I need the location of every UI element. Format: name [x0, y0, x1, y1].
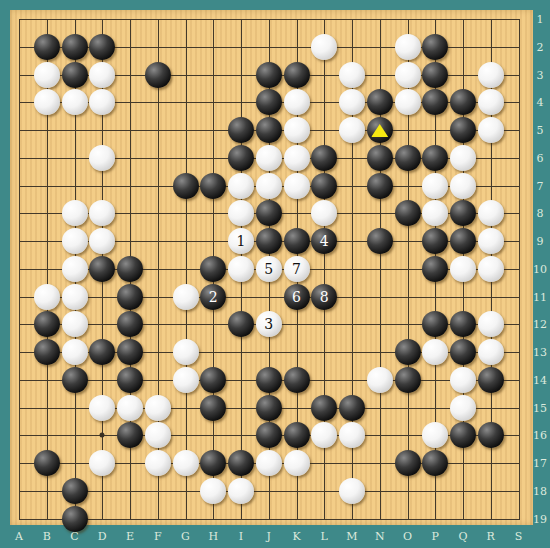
- black-stone-I5: [228, 117, 254, 143]
- white-stone-O3: [395, 62, 421, 88]
- black-stone-F3: [145, 62, 171, 88]
- black-stone-C2: [62, 34, 88, 60]
- black-stone-K3: [284, 62, 310, 88]
- row-label-2: 2: [537, 40, 544, 53]
- grid-line-horizontal: [19, 297, 520, 298]
- white-stone-M18: [339, 478, 365, 504]
- black-stone-B2: [34, 34, 60, 60]
- white-stone-I7: [228, 173, 254, 199]
- white-stone-J7: [256, 173, 282, 199]
- white-stone-D15: [89, 395, 115, 421]
- black-stone-R16: [478, 422, 504, 448]
- black-stone-J15: [256, 395, 282, 421]
- white-stone-P16: [422, 422, 448, 448]
- white-stone-Q14: [450, 367, 476, 393]
- white-stone-M3: [339, 62, 365, 88]
- move-number-1: 1: [237, 234, 246, 248]
- column-label-G: G: [181, 530, 190, 543]
- white-stone-J12: 3: [256, 311, 282, 337]
- column-label-E: E: [126, 530, 134, 543]
- black-stone-P12: [422, 311, 448, 337]
- black-stone-O14: [395, 367, 421, 393]
- white-stone-D8: [89, 200, 115, 226]
- row-label-11: 11: [533, 290, 547, 303]
- black-stone-H15: [200, 395, 226, 421]
- black-stone-O8: [395, 200, 421, 226]
- row-label-16: 16: [533, 429, 547, 442]
- black-stone-K11: 6: [284, 284, 310, 310]
- black-stone-P10: [422, 256, 448, 282]
- row-label-13: 13: [533, 346, 547, 359]
- white-stone-F16: [145, 422, 171, 448]
- black-stone-K14: [284, 367, 310, 393]
- white-stone-P13: [422, 339, 448, 365]
- black-stone-H11: 2: [200, 284, 226, 310]
- column-label-L: L: [321, 530, 328, 543]
- black-stone-E10: [117, 256, 143, 282]
- white-stone-B4: [34, 89, 60, 115]
- white-stone-R9: [478, 228, 504, 254]
- black-stone-B12: [34, 311, 60, 337]
- column-label-F: F: [154, 530, 162, 543]
- move-number-8: 8: [320, 290, 329, 304]
- black-stone-K16: [284, 422, 310, 448]
- black-stone-E11: [117, 284, 143, 310]
- grid-line-vertical: [519, 19, 520, 519]
- move-number-4: 4: [320, 234, 329, 248]
- white-stone-O4: [395, 89, 421, 115]
- black-stone-N7: [367, 173, 393, 199]
- black-stone-J4: [256, 89, 282, 115]
- white-stone-M4: [339, 89, 365, 115]
- black-stone-N6: [367, 145, 393, 171]
- goban-board-surface[interactable]: 14572683: [10, 10, 533, 525]
- black-stone-K9: [284, 228, 310, 254]
- white-stone-D6: [89, 145, 115, 171]
- row-label-18: 18: [533, 484, 547, 497]
- black-stone-J5: [256, 117, 282, 143]
- black-stone-C3: [62, 62, 88, 88]
- black-stone-O13: [395, 339, 421, 365]
- black-stone-Q5: [450, 117, 476, 143]
- black-stone-C19: [62, 506, 88, 532]
- white-stone-I8: [228, 200, 254, 226]
- black-stone-L9: 4: [311, 228, 337, 254]
- white-stone-O2: [395, 34, 421, 60]
- black-stone-C18: [62, 478, 88, 504]
- white-stone-H18: [200, 478, 226, 504]
- black-stone-R14: [478, 367, 504, 393]
- black-stone-E12: [117, 311, 143, 337]
- black-stone-L6: [311, 145, 337, 171]
- white-stone-J6: [256, 145, 282, 171]
- white-stone-R8: [478, 200, 504, 226]
- white-stone-R4: [478, 89, 504, 115]
- column-label-D: D: [98, 530, 107, 543]
- white-stone-D3: [89, 62, 115, 88]
- black-stone-Q12: [450, 311, 476, 337]
- row-label-12: 12: [533, 318, 547, 331]
- white-stone-D9: [89, 228, 115, 254]
- black-stone-J3: [256, 62, 282, 88]
- black-stone-E16: [117, 422, 143, 448]
- move-number-2: 2: [209, 290, 218, 304]
- white-stone-K10: 7: [284, 256, 310, 282]
- column-label-K: K: [292, 530, 300, 543]
- row-label-8: 8: [537, 207, 544, 220]
- white-stone-M5: [339, 117, 365, 143]
- white-stone-R13: [478, 339, 504, 365]
- black-stone-M15: [339, 395, 365, 421]
- row-label-4: 4: [537, 96, 544, 109]
- column-label-N: N: [375, 530, 385, 543]
- black-stone-H7: [200, 173, 226, 199]
- black-stone-I17: [228, 450, 254, 476]
- black-stone-L7: [311, 173, 337, 199]
- white-stone-F15: [145, 395, 171, 421]
- black-stone-D2: [89, 34, 115, 60]
- move-number-5: 5: [264, 262, 273, 276]
- row-label-14: 14: [533, 373, 547, 386]
- white-stone-L16: [311, 422, 337, 448]
- white-stone-K4: [284, 89, 310, 115]
- white-stone-K17: [284, 450, 310, 476]
- white-stone-I9: 1: [228, 228, 254, 254]
- black-stone-P3: [422, 62, 448, 88]
- white-stone-C10: [62, 256, 88, 282]
- white-stone-P8: [422, 200, 448, 226]
- column-label-O: O: [403, 530, 412, 543]
- black-stone-Q16: [450, 422, 476, 448]
- black-stone-J14: [256, 367, 282, 393]
- black-stone-L15: [311, 395, 337, 421]
- black-stone-I6: [228, 145, 254, 171]
- black-stone-P4: [422, 89, 448, 115]
- black-stone-Q8: [450, 200, 476, 226]
- white-stone-Q6: [450, 145, 476, 171]
- white-stone-K7: [284, 173, 310, 199]
- move-number-3: 3: [264, 317, 273, 331]
- white-stone-C4: [62, 89, 88, 115]
- teal-frame: 14572683 ABCDEFGHIJKLMNOPQRS 12345678910…: [0, 0, 550, 548]
- black-stone-H17: [200, 450, 226, 476]
- row-label-1: 1: [537, 13, 544, 26]
- white-stone-G17: [173, 450, 199, 476]
- column-label-R: R: [487, 530, 495, 543]
- grid-line-horizontal: [19, 519, 520, 520]
- move-number-7: 7: [292, 262, 301, 276]
- black-stone-J16: [256, 422, 282, 448]
- black-stone-J8: [256, 200, 282, 226]
- black-stone-P9: [422, 228, 448, 254]
- black-stone-O17: [395, 450, 421, 476]
- row-label-7: 7: [537, 179, 544, 192]
- white-stone-D17: [89, 450, 115, 476]
- white-stone-C9: [62, 228, 88, 254]
- black-stone-P6: [422, 145, 448, 171]
- white-stone-B11: [34, 284, 60, 310]
- white-stone-C13: [62, 339, 88, 365]
- white-stone-R5: [478, 117, 504, 143]
- black-stone-D10: [89, 256, 115, 282]
- white-stone-C8: [62, 200, 88, 226]
- column-label-Q: Q: [458, 530, 467, 543]
- white-stone-M16: [339, 422, 365, 448]
- column-label-M: M: [346, 530, 357, 543]
- white-stone-J17: [256, 450, 282, 476]
- column-label-P: P: [432, 530, 439, 543]
- white-stone-K5: [284, 117, 310, 143]
- black-stone-N5: [367, 117, 393, 143]
- black-stone-H10: [200, 256, 226, 282]
- white-stone-N14: [367, 367, 393, 393]
- triangle-marker-icon: [371, 124, 388, 137]
- white-stone-D4: [89, 89, 115, 115]
- white-stone-P7: [422, 173, 448, 199]
- row-label-10: 10: [533, 262, 547, 275]
- black-stone-Q9: [450, 228, 476, 254]
- white-stone-E15: [117, 395, 143, 421]
- white-stone-Q15: [450, 395, 476, 421]
- column-label-C: C: [70, 530, 78, 543]
- column-label-I: I: [239, 530, 243, 543]
- black-stone-E14: [117, 367, 143, 393]
- row-label-5: 5: [537, 124, 544, 137]
- white-stone-C11: [62, 284, 88, 310]
- black-stone-B17: [34, 450, 60, 476]
- row-label-15: 15: [533, 401, 547, 414]
- black-stone-G7: [173, 173, 199, 199]
- white-stone-Q7: [450, 173, 476, 199]
- column-label-J: J: [267, 530, 271, 543]
- white-stone-G11: [173, 284, 199, 310]
- column-label-A: A: [15, 530, 23, 543]
- white-stone-G14: [173, 367, 199, 393]
- white-stone-R10: [478, 256, 504, 282]
- white-stone-L2: [311, 34, 337, 60]
- black-stone-B13: [34, 339, 60, 365]
- white-stone-C12: [62, 311, 88, 337]
- column-label-H: H: [208, 530, 218, 543]
- black-stone-E13: [117, 339, 143, 365]
- row-label-3: 3: [537, 68, 544, 81]
- black-stone-P17: [422, 450, 448, 476]
- white-stone-K6: [284, 145, 310, 171]
- row-label-9: 9: [537, 235, 544, 248]
- black-stone-P2: [422, 34, 448, 60]
- white-stone-L8: [311, 200, 337, 226]
- black-stone-C14: [62, 367, 88, 393]
- white-stone-R12: [478, 311, 504, 337]
- white-stone-I10: [228, 256, 254, 282]
- white-stone-I18: [228, 478, 254, 504]
- black-stone-L11: 8: [311, 284, 337, 310]
- white-stone-G13: [173, 339, 199, 365]
- grid-line-horizontal: [19, 491, 520, 492]
- black-stone-J9: [256, 228, 282, 254]
- row-label-19: 19: [533, 512, 547, 525]
- white-stone-Q10: [450, 256, 476, 282]
- white-stone-R3: [478, 62, 504, 88]
- black-stone-Q4: [450, 89, 476, 115]
- black-stone-N9: [367, 228, 393, 254]
- column-label-B: B: [43, 530, 51, 543]
- white-stone-B3: [34, 62, 60, 88]
- black-stone-I12: [228, 311, 254, 337]
- black-stone-D13: [89, 339, 115, 365]
- row-label-6: 6: [537, 151, 544, 164]
- row-label-17: 17: [533, 457, 547, 470]
- hoshi-point-D16: [100, 433, 105, 438]
- white-stone-J10: 5: [256, 256, 282, 282]
- move-number-6: 6: [292, 290, 301, 304]
- black-stone-Q13: [450, 339, 476, 365]
- column-label-S: S: [515, 530, 523, 543]
- black-stone-N4: [367, 89, 393, 115]
- white-stone-F17: [145, 450, 171, 476]
- black-stone-H14: [200, 367, 226, 393]
- black-stone-O6: [395, 145, 421, 171]
